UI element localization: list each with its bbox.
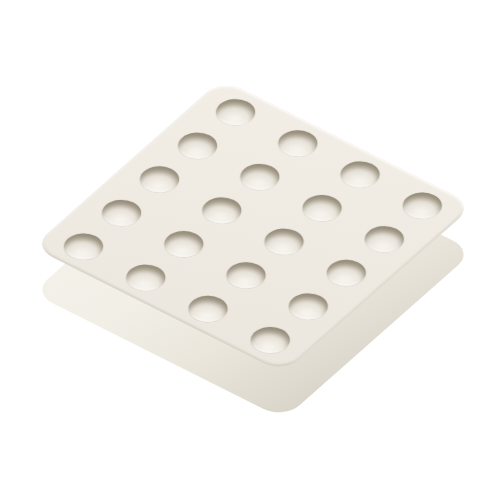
ball-recess-hole xyxy=(233,159,288,195)
ball-recess-hole xyxy=(295,190,350,226)
ball-recess-hole xyxy=(319,255,374,291)
ball-recess-hole xyxy=(132,161,187,197)
ball-recess-hole xyxy=(157,226,212,262)
ball-recess-hole xyxy=(170,128,225,164)
ball-recess-hole xyxy=(208,94,263,130)
ball-recess-hole xyxy=(195,192,250,228)
ball-recess-hole xyxy=(94,195,149,231)
ball-recess-hole xyxy=(357,221,412,257)
ball-recess-hole xyxy=(181,291,236,327)
ball-recess-hole xyxy=(118,259,173,295)
ball-recess-hole xyxy=(243,322,298,358)
ball-recess-hole xyxy=(333,156,388,192)
tray-board xyxy=(32,79,474,373)
ball-recess-hole xyxy=(395,187,450,223)
ball-recess-hole xyxy=(219,257,274,293)
ball-recess-hole xyxy=(257,223,312,259)
ball-recess-hole xyxy=(56,228,111,264)
ball-recess-hole xyxy=(281,288,336,324)
ball-recess-hole xyxy=(271,125,326,161)
product-photo-scene xyxy=(0,0,500,500)
